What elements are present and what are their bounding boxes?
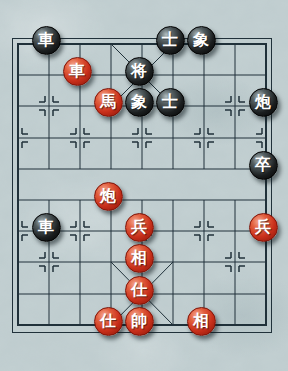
black-soldier-glyph: 卒 xyxy=(255,157,271,173)
piece-red-soldier-b[interactable]: 兵 xyxy=(249,213,278,242)
black-elephant-glyph: 象 xyxy=(193,32,209,48)
piece-black-elephant-b[interactable]: 象 xyxy=(125,88,154,117)
piece-red-elephant-b[interactable]: 相 xyxy=(187,307,216,336)
black-advisor-glyph: 士 xyxy=(162,32,178,48)
black-chariot-glyph: 車 xyxy=(38,219,54,235)
piece-red-advisor-a[interactable]: 仕 xyxy=(125,276,154,305)
black-elephant-glyph: 象 xyxy=(131,94,147,110)
red-cannon-glyph: 炮 xyxy=(100,188,116,204)
red-advisor-glyph: 仕 xyxy=(131,282,147,298)
piece-black-cannon[interactable]: 炮 xyxy=(249,88,278,117)
piece-black-general[interactable]: 将 xyxy=(125,57,154,86)
piece-red-cannon[interactable]: 炮 xyxy=(94,182,123,211)
piece-black-soldier[interactable]: 卒 xyxy=(249,151,278,180)
red-advisor-glyph: 仕 xyxy=(100,313,116,329)
piece-red-elephant-a[interactable]: 相 xyxy=(125,244,154,273)
black-general-glyph: 将 xyxy=(131,63,147,79)
piece-red-general[interactable]: 帥 xyxy=(125,307,154,336)
piece-red-advisor-b[interactable]: 仕 xyxy=(94,307,123,336)
black-chariot-glyph: 車 xyxy=(38,32,54,48)
red-general-glyph: 帥 xyxy=(131,313,147,329)
piece-black-advisor-b[interactable]: 士 xyxy=(156,88,185,117)
piece-black-advisor-a[interactable]: 士 xyxy=(156,26,185,55)
piece-black-chariot-b[interactable]: 車 xyxy=(32,213,61,242)
red-elephant-glyph: 相 xyxy=(131,250,147,266)
black-cannon-glyph: 炮 xyxy=(255,94,271,110)
piece-red-chariot[interactable]: 車 xyxy=(63,57,92,86)
piece-black-chariot-a[interactable]: 車 xyxy=(32,26,61,55)
red-soldier-glyph: 兵 xyxy=(255,219,271,235)
black-advisor-glyph: 士 xyxy=(162,94,178,110)
red-soldier-glyph: 兵 xyxy=(131,219,147,235)
red-chariot-glyph: 車 xyxy=(69,63,85,79)
piece-red-soldier-a[interactable]: 兵 xyxy=(125,213,154,242)
piece-black-elephant-a[interactable]: 象 xyxy=(187,26,216,55)
piece-red-horse[interactable]: 馬 xyxy=(94,88,123,117)
red-horse-glyph: 馬 xyxy=(100,94,116,110)
red-elephant-glyph: 相 xyxy=(193,313,209,329)
xiangqi-board: 車士象車将馬象士炮卒炮車兵兵相仕仕帥相 xyxy=(0,0,288,371)
